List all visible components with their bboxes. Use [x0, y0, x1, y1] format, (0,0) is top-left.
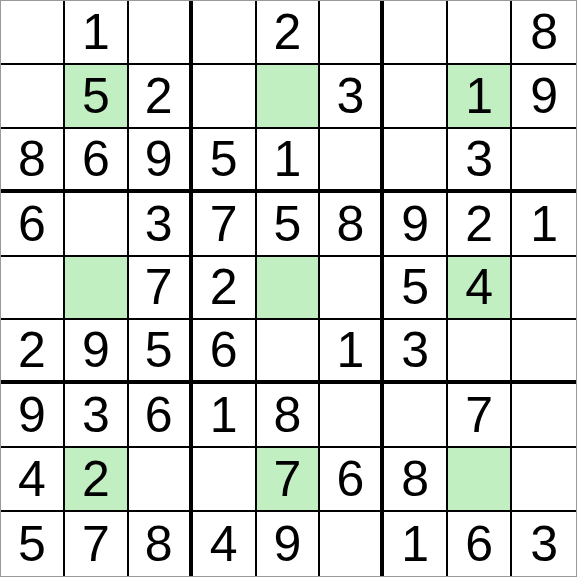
- cell-r1c9[interactable]: 8: [512, 1, 576, 65]
- cell-r5c5[interactable]: [257, 257, 321, 321]
- cell-r3c2[interactable]: 6: [65, 129, 129, 193]
- cell-r2c2[interactable]: 5: [65, 65, 129, 129]
- cell-r4c3[interactable]: 3: [129, 193, 193, 257]
- cell-r8c1[interactable]: 4: [1, 448, 65, 512]
- cell-r2c5[interactable]: [257, 65, 321, 129]
- cell-r3c1[interactable]: 8: [1, 129, 65, 193]
- cell-r8c5[interactable]: 7: [257, 448, 321, 512]
- cell-r5c9[interactable]: [512, 257, 576, 321]
- cell-r6c1[interactable]: 2: [1, 320, 65, 384]
- cell-r7c8[interactable]: 7: [448, 384, 512, 448]
- sudoku-board: 1285231986951363758921725429561393618742…: [0, 0, 577, 577]
- cell-r4c2[interactable]: [65, 193, 129, 257]
- cell-r7c1[interactable]: 9: [1, 384, 65, 448]
- cell-r9c4[interactable]: 4: [193, 512, 257, 576]
- cell-r9c7[interactable]: 1: [384, 512, 448, 576]
- cell-r4c6[interactable]: 8: [320, 193, 384, 257]
- cell-r7c2[interactable]: 3: [65, 384, 129, 448]
- cell-r6c8[interactable]: [448, 320, 512, 384]
- cell-r2c7[interactable]: [384, 65, 448, 129]
- cell-r8c4[interactable]: [193, 448, 257, 512]
- cell-r1c7[interactable]: [384, 1, 448, 65]
- cell-r3c8[interactable]: 3: [448, 129, 512, 193]
- cell-r1c5[interactable]: 2: [257, 1, 321, 65]
- cell-r1c4[interactable]: [193, 1, 257, 65]
- cell-r4c9[interactable]: 1: [512, 193, 576, 257]
- cell-r6c4[interactable]: 6: [193, 320, 257, 384]
- cell-r3c4[interactable]: 5: [193, 129, 257, 193]
- cell-r2c1[interactable]: [1, 65, 65, 129]
- cell-r4c8[interactable]: 2: [448, 193, 512, 257]
- cell-r1c2[interactable]: 1: [65, 1, 129, 65]
- cell-r3c9[interactable]: [512, 129, 576, 193]
- cell-r5c4[interactable]: 2: [193, 257, 257, 321]
- cell-r6c5[interactable]: [257, 320, 321, 384]
- cell-r7c3[interactable]: 6: [129, 384, 193, 448]
- cell-r3c6[interactable]: [320, 129, 384, 193]
- cell-r1c8[interactable]: [448, 1, 512, 65]
- cell-r2c6[interactable]: 3: [320, 65, 384, 129]
- cell-r8c2[interactable]: 2: [65, 448, 129, 512]
- cell-r3c7[interactable]: [384, 129, 448, 193]
- cell-r8c9[interactable]: [512, 448, 576, 512]
- cell-r5c3[interactable]: 7: [129, 257, 193, 321]
- cell-r5c6[interactable]: [320, 257, 384, 321]
- cell-r4c5[interactable]: 5: [257, 193, 321, 257]
- cell-r4c1[interactable]: 6: [1, 193, 65, 257]
- cell-r8c7[interactable]: 8: [384, 448, 448, 512]
- cell-r8c3[interactable]: [129, 448, 193, 512]
- cell-r5c8[interactable]: 4: [448, 257, 512, 321]
- cell-r9c1[interactable]: 5: [1, 512, 65, 576]
- cell-r7c4[interactable]: 1: [193, 384, 257, 448]
- cell-r1c6[interactable]: [320, 1, 384, 65]
- cell-r6c6[interactable]: 1: [320, 320, 384, 384]
- cell-r9c3[interactable]: 8: [129, 512, 193, 576]
- cell-r2c4[interactable]: [193, 65, 257, 129]
- cell-r6c7[interactable]: 3: [384, 320, 448, 384]
- cell-r7c7[interactable]: [384, 384, 448, 448]
- cell-r6c9[interactable]: [512, 320, 576, 384]
- cell-r6c3[interactable]: 5: [129, 320, 193, 384]
- cell-r9c9[interactable]: 3: [512, 512, 576, 576]
- cell-r4c4[interactable]: 7: [193, 193, 257, 257]
- cell-r9c2[interactable]: 7: [65, 512, 129, 576]
- cell-r4c7[interactable]: 9: [384, 193, 448, 257]
- cell-r2c3[interactable]: 2: [129, 65, 193, 129]
- cell-r1c3[interactable]: [129, 1, 193, 65]
- cell-r1c1[interactable]: [1, 1, 65, 65]
- cell-r3c3[interactable]: 9: [129, 129, 193, 193]
- cell-r9c8[interactable]: 6: [448, 512, 512, 576]
- cell-r3c5[interactable]: 1: [257, 129, 321, 193]
- cell-r9c5[interactable]: 9: [257, 512, 321, 576]
- cell-r8c6[interactable]: 6: [320, 448, 384, 512]
- cell-r7c5[interactable]: 8: [257, 384, 321, 448]
- cell-r5c2[interactable]: [65, 257, 129, 321]
- cell-r7c9[interactable]: [512, 384, 576, 448]
- cell-r5c7[interactable]: 5: [384, 257, 448, 321]
- cell-r9c6[interactable]: [320, 512, 384, 576]
- cell-r2c8[interactable]: 1: [448, 65, 512, 129]
- cell-r8c8[interactable]: [448, 448, 512, 512]
- cell-r2c9[interactable]: 9: [512, 65, 576, 129]
- cell-r6c2[interactable]: 9: [65, 320, 129, 384]
- cell-r7c6[interactable]: [320, 384, 384, 448]
- cell-r5c1[interactable]: [1, 257, 65, 321]
